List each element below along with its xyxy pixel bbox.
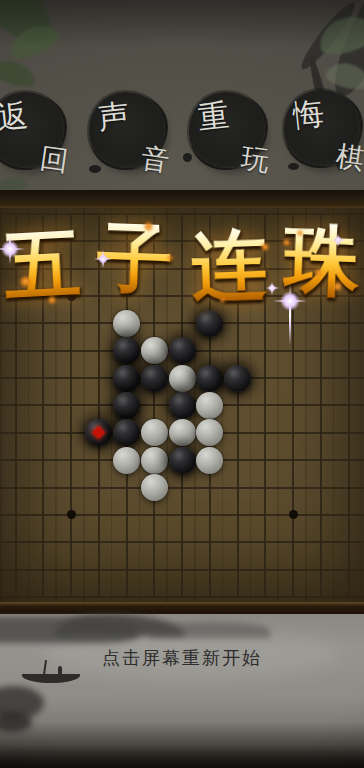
white-stone-c8-r7 [196, 392, 223, 419]
ink-splatter [183, 153, 192, 162]
grid-line-horizontal [0, 569, 364, 571]
black-stone-c7-r5 [169, 337, 196, 364]
white-stone-c6-r5 [141, 337, 168, 364]
star-point [67, 510, 76, 519]
board-surface [0, 208, 364, 602]
grid-line-horizontal [0, 541, 364, 543]
grid-line-horizontal [0, 514, 364, 516]
white-stone-c7-r6 [169, 365, 196, 392]
grid-line-horizontal [0, 268, 364, 270]
grid-line-horizontal [0, 240, 364, 242]
board[interactable] [0, 190, 364, 614]
white-stone-c8-r9 [196, 447, 223, 474]
sound-button[interactable]: 声 音 [89, 92, 165, 168]
replay-button[interactable]: 重 玩 [189, 92, 265, 168]
grid-line-horizontal [0, 322, 364, 324]
grid-line-horizontal [0, 295, 364, 297]
button-char: 回 [38, 144, 70, 176]
button-char: 返 [0, 99, 30, 133]
white-stone-c8-r8 [196, 419, 223, 446]
game-screen[interactable]: 返 回 声 音 重 玩 悔 棋 五 子 连 珠 [0, 0, 364, 768]
star-point [67, 292, 76, 301]
white-stone-c7-r8 [169, 419, 196, 446]
black-stone-c5-r8 [113, 419, 140, 446]
star-point [289, 510, 298, 519]
button-char: 声 [96, 99, 130, 133]
black-stone-c9-r6 [224, 365, 251, 392]
white-stone-c6-r10 [141, 474, 168, 501]
back-button[interactable]: 返 回 [0, 92, 64, 168]
undo-button[interactable]: 悔 棋 [284, 90, 360, 166]
restart-hint: 点击屏幕重新开始 [0, 646, 364, 670]
black-stone-c6-r6 [141, 365, 168, 392]
button-char: 重 [196, 99, 230, 133]
button-char: 音 [139, 144, 171, 176]
black-stone-c7-r9 [169, 447, 196, 474]
white-stone-c5-r9 [113, 447, 140, 474]
black-stone-c5-r5 [113, 337, 140, 364]
grid-line-horizontal [0, 487, 364, 489]
grid-line-horizontal [0, 596, 364, 598]
mountains-icon [150, 622, 270, 638]
button-char: 玩 [239, 144, 271, 176]
button-char: 悔 [291, 97, 325, 131]
board-bottom-frame [0, 602, 364, 614]
black-stone-c7-r7 [169, 392, 196, 419]
white-stone-c5-r4 [113, 310, 140, 337]
ink-splatter [89, 165, 101, 173]
black-stone-c8-r4 [196, 310, 223, 337]
star-point [289, 292, 298, 301]
white-stone-c6-r9 [141, 447, 168, 474]
black-stone-c8-r6 [196, 365, 223, 392]
grid-line-horizontal [0, 213, 364, 215]
black-stone-c5-r7 [113, 392, 140, 419]
board-top-frame [0, 190, 364, 208]
black-stone-c5-r6 [113, 365, 140, 392]
ink-splatter [288, 163, 299, 170]
button-char: 棋 [334, 142, 364, 174]
white-stone-c6-r8 [141, 419, 168, 446]
